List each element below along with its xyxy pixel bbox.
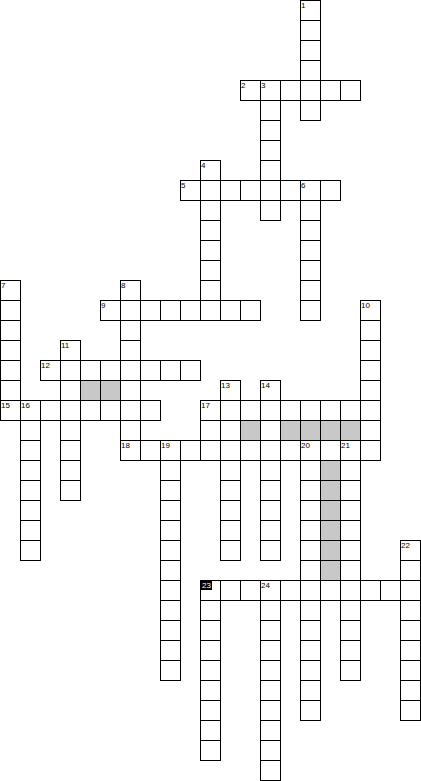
cell-r34c13[interactable] [260, 680, 281, 701]
clue-number-16: 16 [21, 401, 30, 410]
cell-r34c10[interactable] [200, 680, 221, 701]
cell-r4c17[interactable] [340, 80, 361, 101]
cell-r23c15[interactable] [300, 460, 321, 481]
cell-r17c18[interactable] [360, 340, 381, 361]
cell-r18c6[interactable] [120, 360, 141, 381]
cell-r10c13[interactable] [260, 200, 281, 221]
cell-r31c8[interactable] [160, 620, 181, 641]
cell-r23c13[interactable] [260, 460, 281, 481]
cell-r20c2[interactable] [40, 400, 61, 421]
cell-r8c13[interactable] [260, 160, 281, 181]
cell-r29c18[interactable] [360, 580, 381, 601]
cell-r22c7[interactable] [140, 440, 161, 461]
cell-r20c7[interactable] [140, 400, 161, 421]
cell-r34c20[interactable] [400, 680, 421, 701]
cell-r21c18[interactable] [360, 420, 381, 441]
blocked-cell-r24c16 [320, 480, 341, 501]
clue-number-13: 13 [221, 381, 230, 390]
cell-r33c8[interactable] [160, 660, 181, 681]
cell-r2c15[interactable] [300, 40, 321, 61]
cell-r33c20[interactable] [400, 660, 421, 681]
cell-r32c15[interactable] [300, 640, 321, 661]
cell-r9c12[interactable] [240, 180, 261, 201]
cell-r26c15[interactable] [300, 520, 321, 541]
cell-r22c3[interactable] [60, 440, 81, 461]
cell-r18c8[interactable] [160, 360, 181, 381]
cell-r30c15[interactable] [300, 600, 321, 621]
cell-r29c19[interactable] [380, 580, 401, 601]
cell-r12c10[interactable] [200, 240, 221, 261]
cell-r22c11[interactable] [220, 440, 241, 461]
cell-r21c10[interactable] [200, 420, 221, 441]
cell-r20c11[interactable] [220, 400, 241, 421]
blocked-cell-r27c16 [320, 540, 341, 561]
cell-r20c15[interactable] [300, 400, 321, 421]
clue-number-2: 2 [241, 81, 245, 90]
cell-r15c8[interactable] [160, 300, 181, 321]
cell-r22c13[interactable] [260, 440, 281, 461]
cell-r30c17[interactable] [340, 600, 361, 621]
cell-r15c10[interactable] [200, 300, 221, 321]
clue-number-3: 3 [261, 81, 265, 90]
cell-r24c1[interactable] [20, 480, 41, 501]
cell-r27c15[interactable] [300, 540, 321, 561]
cell-r20c6[interactable] [120, 400, 141, 421]
cell-r25c1[interactable] [20, 500, 41, 521]
cell-r37c10[interactable] [200, 740, 221, 761]
cell-r32c8[interactable] [160, 640, 181, 661]
clue-number-21: 21 [341, 441, 350, 450]
blocked-cell-r19c4 [80, 380, 101, 401]
cell-r19c18[interactable] [360, 380, 381, 401]
cell-r23c17[interactable] [340, 460, 361, 481]
cell-r29c16[interactable] [320, 580, 341, 601]
cell-r3c15[interactable] [300, 60, 321, 81]
cell-r20c14[interactable] [280, 400, 301, 421]
cell-r9c16[interactable] [320, 180, 341, 201]
cell-r16c6[interactable] [120, 320, 141, 341]
cell-r30c13[interactable] [260, 600, 281, 621]
clue-number-4: 4 [201, 161, 205, 170]
cell-r26c1[interactable] [20, 520, 41, 541]
clue-number-1: 1 [301, 1, 305, 10]
clue-number-19: 19 [161, 441, 170, 450]
cell-r25c15[interactable] [300, 500, 321, 521]
cell-r34c15[interactable] [300, 680, 321, 701]
clue-number-10: 10 [361, 301, 370, 310]
cell-r20c4[interactable] [80, 400, 101, 421]
cell-r27c13[interactable] [260, 540, 281, 561]
cell-r37c13[interactable] [260, 740, 281, 761]
cell-r23c3[interactable] [60, 460, 81, 481]
cell-r36c13[interactable] [260, 720, 281, 741]
cell-r35c20[interactable] [400, 700, 421, 721]
cell-r1c15[interactable] [300, 20, 321, 41]
cell-r36c10[interactable] [200, 720, 221, 741]
cell-r31c17[interactable] [340, 620, 361, 641]
blocked-cell-r19c5 [100, 380, 121, 401]
cell-r14c15[interactable] [300, 280, 321, 301]
blocked-cell-r21c14 [280, 420, 301, 441]
cell-r13c10[interactable] [200, 260, 221, 281]
blocked-cell-r21c12 [240, 420, 261, 441]
cell-r17c6[interactable] [120, 340, 141, 361]
cell-r15c15[interactable] [300, 300, 321, 321]
cell-r30c20[interactable] [400, 600, 421, 621]
cell-r27c11[interactable] [220, 540, 241, 561]
clue-number-12: 12 [41, 361, 50, 370]
cell-r24c17[interactable] [340, 480, 361, 501]
cell-r21c3[interactable] [60, 420, 81, 441]
cell-r32c17[interactable] [340, 640, 361, 661]
cell-r29c11[interactable] [220, 580, 241, 601]
cell-r27c8[interactable] [160, 540, 181, 561]
cell-r18c9[interactable] [180, 360, 201, 381]
cell-r23c8[interactable] [160, 460, 181, 481]
cell-r38c13[interactable] [260, 760, 281, 781]
cell-r23c11[interactable] [220, 460, 241, 481]
cell-r9c11[interactable] [220, 180, 241, 201]
cell-r29c12[interactable] [240, 580, 261, 601]
cell-r31c15[interactable] [300, 620, 321, 641]
cell-r29c17[interactable] [340, 580, 361, 601]
cell-r23c1[interactable] [20, 460, 41, 481]
cell-r9c13[interactable] [260, 180, 281, 201]
cell-r31c13[interactable] [260, 620, 281, 641]
clue-number-9: 9 [101, 301, 105, 310]
cell-r9c10[interactable] [200, 180, 221, 201]
cell-r15c0[interactable] [0, 300, 21, 321]
blocked-cell-r21c17 [340, 420, 361, 441]
cell-r26c17[interactable] [340, 520, 361, 541]
cell-r20c12[interactable] [240, 400, 261, 421]
cell-r15c6[interactable] [120, 300, 141, 321]
cell-r22c1[interactable] [20, 440, 41, 461]
blocked-cell-r25c16 [320, 500, 341, 521]
cell-r11c10[interactable] [200, 220, 221, 241]
cell-r13c15[interactable] [300, 260, 321, 281]
clue-number-17: 17 [201, 401, 210, 410]
blocked-cell-r26c16 [320, 520, 341, 541]
cell-r29c8[interactable] [160, 580, 181, 601]
cell-r21c13[interactable] [260, 420, 281, 441]
cell-r27c17[interactable] [340, 540, 361, 561]
cell-r28c17[interactable] [340, 560, 361, 581]
cell-r22c18[interactable] [360, 440, 381, 461]
cell-r18c5[interactable] [100, 360, 121, 381]
cell-r32c10[interactable] [200, 640, 221, 661]
cell-r29c15[interactable] [300, 580, 321, 601]
cell-r22c12[interactable] [240, 440, 261, 461]
cell-r24c13[interactable] [260, 480, 281, 501]
cell-r14c10[interactable] [200, 280, 221, 301]
cell-r30c8[interactable] [160, 600, 181, 621]
cell-r5c15[interactable] [300, 100, 321, 121]
cell-r26c11[interactable] [220, 520, 241, 541]
cell-r26c13[interactable] [260, 520, 281, 541]
cell-r15c7[interactable] [140, 300, 161, 321]
cell-r29c14[interactable] [280, 580, 301, 601]
cell-r4c14[interactable] [280, 80, 301, 101]
cell-r19c6[interactable] [120, 380, 141, 401]
cell-r19c3[interactable] [60, 380, 81, 401]
cell-r12c15[interactable] [300, 240, 321, 261]
cell-r20c5[interactable] [100, 400, 121, 421]
cell-r6c13[interactable] [260, 120, 281, 141]
cell-r22c16[interactable] [320, 440, 341, 461]
cell-r22c10[interactable] [200, 440, 221, 461]
cell-r9c14[interactable] [280, 180, 301, 201]
cell-r24c15[interactable] [300, 480, 321, 501]
cell-r24c11[interactable] [220, 480, 241, 501]
cell-r7c13[interactable] [260, 140, 281, 161]
cell-r33c17[interactable] [340, 660, 361, 681]
blocked-cell-r28c16 [320, 560, 341, 581]
cell-r17c0[interactable] [0, 340, 21, 361]
cell-r10c15[interactable] [300, 200, 321, 221]
crossword-board: 123456789101112131415161718192021222324 [0, 0, 421, 781]
cell-r31c10[interactable] [200, 620, 221, 641]
cell-r16c0[interactable] [0, 320, 21, 341]
clue-number-8: 8 [121, 281, 125, 290]
blocked-cell-r23c16 [320, 460, 341, 481]
cell-r20c17[interactable] [340, 400, 361, 421]
blocked-cell-r21c15 [300, 420, 321, 441]
cell-r31c20[interactable] [400, 620, 421, 641]
cell-r25c17[interactable] [340, 500, 361, 521]
clue-number-23-highlighted: 23 [201, 581, 212, 590]
cell-r28c15[interactable] [300, 560, 321, 581]
clue-number-6: 6 [301, 181, 305, 190]
cell-r30c10[interactable] [200, 600, 221, 621]
clue-number-11: 11 [61, 341, 69, 350]
cell-r4c15[interactable] [300, 80, 321, 101]
cell-r18c18[interactable] [360, 360, 381, 381]
blocked-cell-r21c16 [320, 420, 341, 441]
cell-r24c3[interactable] [60, 480, 81, 501]
cell-r20c3[interactable] [60, 400, 81, 421]
cell-r25c8[interactable] [160, 500, 181, 521]
clue-number-22: 22 [401, 541, 410, 550]
cell-r10c10[interactable] [200, 200, 221, 221]
cell-r25c13[interactable] [260, 500, 281, 521]
clue-number-5: 5 [181, 181, 185, 190]
cell-r15c9[interactable] [180, 300, 201, 321]
clue-number-20: 20 [301, 441, 310, 450]
cell-r20c13[interactable] [260, 400, 281, 421]
cell-r33c10[interactable] [200, 660, 221, 681]
cell-r11c15[interactable] [300, 220, 321, 241]
cell-r26c8[interactable] [160, 520, 181, 541]
cell-r18c0[interactable] [0, 360, 21, 381]
cell-r22c14[interactable] [280, 440, 301, 461]
cell-r21c6[interactable] [120, 420, 141, 441]
cell-r24c8[interactable] [160, 480, 181, 501]
cell-r32c20[interactable] [400, 640, 421, 661]
cell-r33c15[interactable] [300, 660, 321, 681]
clue-number-14: 14 [261, 381, 270, 390]
cell-r35c10[interactable] [200, 700, 221, 721]
cell-r4c16[interactable] [320, 80, 341, 101]
cell-r29c20[interactable] [400, 580, 421, 601]
cell-r15c11[interactable] [220, 300, 241, 321]
cell-r35c15[interactable] [300, 700, 321, 721]
clue-number-15: 15 [1, 401, 10, 410]
cell-r18c7[interactable] [140, 360, 161, 381]
cell-r20c18[interactable] [360, 400, 381, 421]
cell-r28c20[interactable] [400, 560, 421, 581]
cell-r28c8[interactable] [160, 560, 181, 581]
cell-r21c1[interactable] [20, 420, 41, 441]
cell-r33c13[interactable] [260, 660, 281, 681]
clue-number-24: 24 [261, 581, 270, 590]
cell-r16c18[interactable] [360, 320, 381, 341]
cell-r18c4[interactable] [80, 360, 101, 381]
cell-r20c16[interactable] [320, 400, 341, 421]
cell-r25c11[interactable] [220, 500, 241, 521]
cell-r32c13[interactable] [260, 640, 281, 661]
cell-r27c1[interactable] [20, 540, 41, 561]
cell-r21c11[interactable] [220, 420, 241, 441]
clue-number-7: 7 [1, 281, 5, 290]
cell-r22c9[interactable] [180, 440, 201, 461]
cell-r35c13[interactable] [260, 700, 281, 721]
clue-number-18: 18 [121, 441, 130, 450]
cell-r5c13[interactable] [260, 100, 281, 121]
cell-r19c0[interactable] [0, 380, 21, 401]
cell-r18c3[interactable] [60, 360, 81, 381]
cell-r15c12[interactable] [240, 300, 261, 321]
